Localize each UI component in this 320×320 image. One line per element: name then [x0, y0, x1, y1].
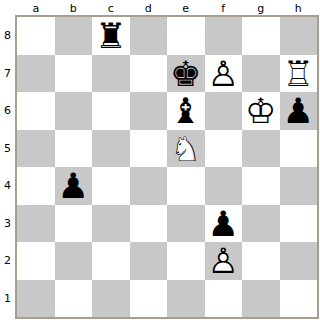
square-f5[interactable]: [205, 130, 243, 168]
square-e5[interactable]: ♞♘: [167, 130, 205, 168]
square-h3[interactable]: [280, 205, 318, 243]
square-d7[interactable]: [130, 55, 168, 93]
piece-black-pawn-f3[interactable]: ♟: [205, 205, 243, 243]
square-e6[interactable]: ♝: [167, 92, 205, 130]
square-c7[interactable]: [92, 55, 130, 93]
white-knight-icon: ♘: [167, 130, 205, 168]
black-pawn-icon: ♟: [55, 167, 93, 205]
square-h7[interactable]: ♜♖: [280, 55, 318, 93]
black-king-icon: ♚: [167, 55, 205, 93]
square-e4[interactable]: [167, 167, 205, 205]
square-a2[interactable]: [17, 242, 55, 280]
square-b8[interactable]: [55, 17, 93, 55]
square-g2[interactable]: [242, 242, 280, 280]
square-d1[interactable]: [130, 280, 168, 318]
black-rook-icon: ♜: [92, 17, 130, 55]
square-a4[interactable]: [17, 167, 55, 205]
square-d3[interactable]: [130, 205, 168, 243]
rank-label-2: 2: [0, 242, 15, 280]
piece-black-pawn-h6[interactable]: ♟: [280, 92, 318, 130]
rank-labels: 87654321: [0, 17, 15, 317]
piece-black-rook-c8[interactable]: ♜: [92, 17, 130, 55]
square-g1[interactable]: [242, 280, 280, 318]
square-a6[interactable]: [17, 92, 55, 130]
square-f1[interactable]: [205, 280, 243, 318]
square-c2[interactable]: [92, 242, 130, 280]
file-label-f: f: [205, 0, 243, 15]
white-king-icon: ♔: [242, 92, 280, 130]
square-g6[interactable]: ♚♔: [242, 92, 280, 130]
file-label-h: h: [280, 0, 318, 15]
rank-label-3: 3: [0, 205, 15, 243]
square-b2[interactable]: [55, 242, 93, 280]
square-g3[interactable]: [242, 205, 280, 243]
square-a8[interactable]: [17, 17, 55, 55]
piece-black-bishop-e6[interactable]: ♝: [167, 92, 205, 130]
black-bishop-icon: ♝: [167, 92, 205, 130]
square-h4[interactable]: [280, 167, 318, 205]
file-label-a: a: [17, 0, 55, 15]
square-e8[interactable]: [167, 17, 205, 55]
square-a3[interactable]: [17, 205, 55, 243]
square-c3[interactable]: [92, 205, 130, 243]
square-c4[interactable]: [92, 167, 130, 205]
square-d4[interactable]: [130, 167, 168, 205]
square-f4[interactable]: [205, 167, 243, 205]
white-pawn-icon: ♙: [205, 242, 243, 280]
square-d6[interactable]: [130, 92, 168, 130]
square-h2[interactable]: [280, 242, 318, 280]
square-h1[interactable]: [280, 280, 318, 318]
rank-label-6: 6: [0, 92, 15, 130]
chess-diagram: abcdefgh 87654321 ♜♚♟♙♜♖♝♚♔♟♞♘♟♟♟♙: [0, 0, 320, 320]
chess-board: ♜♚♟♙♜♖♝♚♔♟♞♘♟♟♟♙: [15, 15, 319, 319]
square-d8[interactable]: [130, 17, 168, 55]
square-f3[interactable]: ♟: [205, 205, 243, 243]
square-a7[interactable]: [17, 55, 55, 93]
square-d5[interactable]: [130, 130, 168, 168]
piece-white-rook-h7[interactable]: ♜♖: [280, 55, 318, 93]
square-f7[interactable]: ♟♙: [205, 55, 243, 93]
square-f8[interactable]: [205, 17, 243, 55]
rank-label-1: 1: [0, 280, 15, 318]
rank-label-8: 8: [0, 17, 15, 55]
square-g7[interactable]: [242, 55, 280, 93]
square-c1[interactable]: [92, 280, 130, 318]
square-h5[interactable]: [280, 130, 318, 168]
square-b5[interactable]: [55, 130, 93, 168]
file-label-d: d: [130, 0, 168, 15]
square-c5[interactable]: [92, 130, 130, 168]
square-e1[interactable]: [167, 280, 205, 318]
square-g5[interactable]: [242, 130, 280, 168]
white-pawn-icon: ♙: [205, 55, 243, 93]
square-d2[interactable]: [130, 242, 168, 280]
file-label-e: e: [167, 0, 205, 15]
piece-white-knight-e5[interactable]: ♞♘: [167, 130, 205, 168]
square-a5[interactable]: [17, 130, 55, 168]
square-c8[interactable]: ♜: [92, 17, 130, 55]
square-h8[interactable]: [280, 17, 318, 55]
square-e7[interactable]: ♚: [167, 55, 205, 93]
file-labels: abcdefgh: [17, 0, 317, 15]
file-label-b: b: [55, 0, 93, 15]
square-f6[interactable]: [205, 92, 243, 130]
square-b3[interactable]: [55, 205, 93, 243]
file-label-g: g: [242, 0, 280, 15]
square-a1[interactable]: [17, 280, 55, 318]
square-g8[interactable]: [242, 17, 280, 55]
piece-black-king-e7[interactable]: ♚: [167, 55, 205, 93]
square-e2[interactable]: [167, 242, 205, 280]
white-rook-icon: ♖: [280, 55, 318, 93]
square-b4[interactable]: ♟: [55, 167, 93, 205]
file-label-c: c: [92, 0, 130, 15]
rank-label-4: 4: [0, 167, 15, 205]
square-c6[interactable]: [92, 92, 130, 130]
square-g4[interactable]: [242, 167, 280, 205]
square-b7[interactable]: [55, 55, 93, 93]
square-h6[interactable]: ♟: [280, 92, 318, 130]
square-e3[interactable]: [167, 205, 205, 243]
square-b1[interactable]: [55, 280, 93, 318]
piece-white-pawn-f7[interactable]: ♟♙: [205, 55, 243, 93]
piece-black-pawn-b4[interactable]: ♟: [55, 167, 93, 205]
piece-white-pawn-f2[interactable]: ♟♙: [205, 242, 243, 280]
rank-label-5: 5: [0, 130, 15, 168]
piece-white-king-g6[interactable]: ♚♔: [242, 92, 280, 130]
square-f2[interactable]: ♟♙: [205, 242, 243, 280]
black-pawn-icon: ♟: [280, 92, 318, 130]
rank-label-7: 7: [0, 55, 15, 93]
black-pawn-icon: ♟: [205, 205, 243, 243]
square-b6[interactable]: [55, 92, 93, 130]
